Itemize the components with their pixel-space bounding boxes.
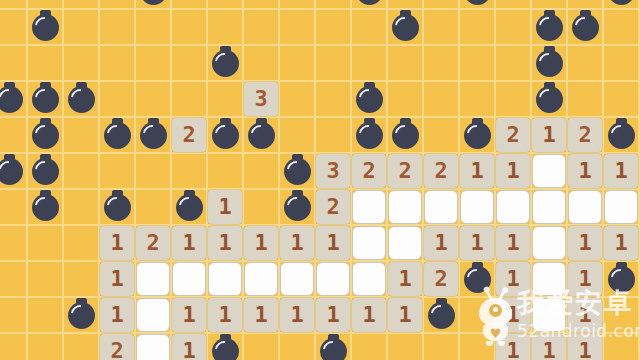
cell-r4-c12[interactable]: [423, 117, 459, 153]
cell-r7-c7[interactable]: 1: [243, 225, 279, 261]
cell-r7-c8[interactable]: 1: [279, 225, 315, 261]
cell-r0-c17[interactable]: [603, 0, 639, 9]
mine-icon: [356, 0, 383, 5]
cell-r6-c4[interactable]: [135, 189, 171, 225]
cell-r3-c7[interactable]: 3: [243, 81, 279, 117]
cell-r0-c3[interactable]: [99, 0, 135, 9]
mine-icon: [68, 86, 95, 113]
mine-icon: [320, 338, 347, 360]
revealed-empty-tile: [280, 262, 314, 296]
cell-r6-c2[interactable]: [63, 189, 99, 225]
revealed-empty-tile: [388, 226, 422, 260]
cell-r8-c3[interactable]: 1: [99, 261, 135, 297]
cell-r1-c7[interactable]: [243, 9, 279, 45]
cell-r3-c11[interactable]: [387, 81, 423, 117]
heart-icon: ♥: [490, 326, 502, 341]
cell-r3-c5[interactable]: [171, 81, 207, 117]
revealed-number-tile: 2: [388, 154, 422, 188]
cell-r3-c4[interactable]: [135, 81, 171, 117]
mine-icon: [392, 122, 419, 149]
cell-r3-c0[interactable]: [0, 81, 27, 117]
revealed-number-tile: 1: [280, 226, 314, 260]
cell-r1-c17[interactable]: [603, 9, 639, 45]
cell-r1-c11[interactable]: [387, 9, 423, 45]
cell-r1-c10[interactable]: [351, 9, 387, 45]
cell-r5-c4[interactable]: [135, 153, 171, 189]
cell-r1-c0[interactable]: [0, 9, 27, 45]
cell-r5-c16[interactable]: 1: [567, 153, 603, 189]
cell-r9-c5[interactable]: 1: [171, 297, 207, 333]
mine-icon: [32, 194, 59, 221]
revealed-number-tile: 1: [604, 154, 638, 188]
cell-r5-c14[interactable]: 1: [495, 153, 531, 189]
cell-r0-c15[interactable]: [531, 0, 567, 9]
cell-r4-c17[interactable]: [603, 117, 639, 153]
revealed-number-tile: 1: [244, 226, 278, 260]
cell-r7-c15[interactable]: [531, 225, 567, 261]
cell-r4-c4[interactable]: [135, 117, 171, 153]
revealed-number-tile: 1: [532, 118, 566, 152]
revealed-empty-tile: [532, 154, 566, 188]
cell-r2-c13[interactable]: [459, 45, 495, 81]
cell-r0-c4[interactable]: [135, 0, 171, 9]
cell-r0-c6[interactable]: [207, 0, 243, 9]
revealed-number-tile: 1: [208, 298, 242, 332]
cell-r5-c9[interactable]: 3: [315, 153, 351, 189]
cell-r5-c13[interactable]: 1: [459, 153, 495, 189]
cell-r10-c6[interactable]: [207, 333, 243, 360]
revealed-number-tile: 1: [280, 298, 314, 332]
cell-r9-c10[interactable]: 1: [351, 297, 387, 333]
cell-r0-c12[interactable]: [423, 0, 459, 9]
mine-icon: [536, 86, 563, 113]
revealed-empty-tile: [604, 190, 638, 224]
cell-r6-c12[interactable]: [423, 189, 459, 225]
cell-r2-c12[interactable]: [423, 45, 459, 81]
revealed-number-tile: 3: [244, 82, 278, 116]
cell-r5-c15[interactable]: [531, 153, 567, 189]
revealed-empty-tile: [532, 226, 566, 260]
cell-r7-c6[interactable]: 1: [207, 225, 243, 261]
mine-icon: [32, 14, 59, 41]
cell-r2-c6[interactable]: [207, 45, 243, 81]
mine-icon: [356, 122, 383, 149]
cell-r6-c5[interactable]: [171, 189, 207, 225]
mine-icon: [464, 122, 491, 149]
revealed-number-tile: 1: [460, 154, 494, 188]
cell-r2-c16[interactable]: [567, 45, 603, 81]
cell-r3-c6[interactable]: [207, 81, 243, 117]
mine-icon: [356, 86, 383, 113]
cell-r9-c8[interactable]: 1: [279, 297, 315, 333]
mascot-head: [479, 298, 512, 325]
cell-r1-c8[interactable]: [279, 9, 315, 45]
mine-icon: [392, 14, 419, 41]
revealed-number-tile: 2: [496, 118, 530, 152]
cell-r9-c3[interactable]: 1: [99, 297, 135, 333]
revealed-empty-tile: [424, 190, 458, 224]
revealed-number-tile: 2: [352, 154, 386, 188]
cell-r0-c8[interactable]: [279, 0, 315, 9]
cell-r7-c13[interactable]: 1: [459, 225, 495, 261]
cell-r3-c12[interactable]: [423, 81, 459, 117]
cell-r7-c10[interactable]: [351, 225, 387, 261]
cell-r4-c7[interactable]: [243, 117, 279, 153]
cell-r1-c13[interactable]: [459, 9, 495, 45]
cell-r4-c2[interactable]: [63, 117, 99, 153]
revealed-number-tile: 2: [316, 190, 350, 224]
android-mascot-icon: ♥: [477, 288, 514, 348]
mine-icon: [212, 122, 239, 149]
cell-r5-c1[interactable]: [27, 153, 63, 189]
cell-r1-c4[interactable]: [135, 9, 171, 45]
cell-r5-c10[interactable]: 2: [351, 153, 387, 189]
cell-r6-c6[interactable]: 1: [207, 189, 243, 225]
cell-r7-c14[interactable]: 1: [495, 225, 531, 261]
cell-r5-c8[interactable]: [279, 153, 315, 189]
cell-r1-c2[interactable]: [63, 9, 99, 45]
cell-r5-c17[interactable]: 1: [603, 153, 639, 189]
mine-icon: [284, 158, 311, 185]
cell-r4-c16[interactable]: 2: [567, 117, 603, 153]
cell-r3-c13[interactable]: [459, 81, 495, 117]
revealed-number-tile: 1: [352, 298, 386, 332]
cell-r6-c15[interactable]: [531, 189, 567, 225]
revealed-empty-tile: [316, 262, 350, 296]
cell-r10-c12[interactable]: [423, 333, 459, 360]
revealed-number-tile: 1: [172, 298, 206, 332]
cell-r10-c11[interactable]: [387, 333, 423, 360]
cell-r7-c9[interactable]: 1: [315, 225, 351, 261]
mine-icon: [284, 194, 311, 221]
mascot-eye: [489, 304, 502, 317]
revealed-number-tile: 1: [388, 298, 422, 332]
cell-r2-c3[interactable]: [99, 45, 135, 81]
revealed-number-tile: 1: [604, 226, 638, 260]
revealed-number-tile: 1: [568, 226, 602, 260]
revealed-number-tile: 1: [496, 226, 530, 260]
revealed-empty-tile: [496, 190, 530, 224]
cell-r2-c11[interactable]: [387, 45, 423, 81]
revealed-number-tile: 2: [568, 118, 602, 152]
revealed-empty-tile: [460, 190, 494, 224]
cell-r1-c1[interactable]: [27, 9, 63, 45]
mine-icon: [536, 14, 563, 41]
revealed-number-tile: 1: [424, 226, 458, 260]
cell-r5-c7[interactable]: [243, 153, 279, 189]
cell-r8-c7[interactable]: [243, 261, 279, 297]
cell-r9-c7[interactable]: 1: [243, 297, 279, 333]
mine-icon: [32, 158, 59, 185]
cell-r2-c0[interactable]: [0, 45, 27, 81]
cell-r4-c15[interactable]: 1: [531, 117, 567, 153]
cell-r5-c11[interactable]: 2: [387, 153, 423, 189]
cell-r8-c12[interactable]: 2: [423, 261, 459, 297]
cell-r3-c16[interactable]: [567, 81, 603, 117]
mine-icon: [104, 122, 131, 149]
cell-r4-c8[interactable]: [279, 117, 315, 153]
revealed-empty-tile: [352, 190, 386, 224]
cell-r10-c3[interactable]: 2: [99, 333, 135, 360]
cell-r0-c10[interactable]: [351, 0, 387, 9]
cell-r4-c11[interactable]: [387, 117, 423, 153]
mine-icon: [536, 50, 563, 77]
cell-r8-c1[interactable]: [27, 261, 63, 297]
cell-r2-c4[interactable]: [135, 45, 171, 81]
revealed-empty-tile: [388, 190, 422, 224]
cell-r6-c14[interactable]: [495, 189, 531, 225]
cell-r6-c9[interactable]: 2: [315, 189, 351, 225]
cell-r8-c9[interactable]: [315, 261, 351, 297]
revealed-number-tile: 1: [208, 226, 242, 260]
cell-r9-c12[interactable]: [423, 297, 459, 333]
cell-r4-c9[interactable]: [315, 117, 351, 153]
watermark-title: 我爱安卓: [517, 288, 640, 318]
revealed-number-tile: 1: [316, 226, 350, 260]
cell-r0-c11[interactable]: [387, 0, 423, 9]
mine-icon: [0, 86, 23, 113]
cell-r6-c0[interactable]: [0, 189, 27, 225]
revealed-empty-tile: [136, 334, 170, 360]
cell-r0-c1[interactable]: [27, 0, 63, 9]
cell-r4-c14[interactable]: 2: [495, 117, 531, 153]
mine-icon: [572, 14, 599, 41]
cell-r1-c12[interactable]: [423, 9, 459, 45]
revealed-number-tile: 1: [316, 298, 350, 332]
revealed-number-tile: 1: [172, 226, 206, 260]
minesweeper-game-screen: 3221232221111121211111111111121111111111…: [0, 0, 640, 360]
revealed-number-tile: 2: [424, 262, 458, 296]
cell-r0-c9[interactable]: [315, 0, 351, 9]
cell-r8-c4[interactable]: [135, 261, 171, 297]
revealed-empty-tile: [172, 262, 206, 296]
cell-r8-c11[interactable]: 1: [387, 261, 423, 297]
cell-r3-c1[interactable]: [27, 81, 63, 117]
cell-r8-c2[interactable]: [63, 261, 99, 297]
revealed-empty-tile: [352, 226, 386, 260]
cell-r2-c14[interactable]: [495, 45, 531, 81]
cell-r1-c9[interactable]: [315, 9, 351, 45]
cell-r7-c2[interactable]: [63, 225, 99, 261]
mine-icon: [0, 158, 23, 185]
cell-r6-c7[interactable]: [243, 189, 279, 225]
cell-r1-c15[interactable]: [531, 9, 567, 45]
cell-r9-c4[interactable]: [135, 297, 171, 333]
revealed-number-tile: 1: [100, 262, 134, 296]
revealed-empty-tile: [136, 262, 170, 296]
revealed-number-tile: 2: [172, 118, 206, 152]
cell-r9-c9[interactable]: 1: [315, 297, 351, 333]
cell-r0-c0[interactable]: [0, 0, 27, 9]
revealed-number-tile: 1: [568, 154, 602, 188]
revealed-number-tile: 1: [244, 298, 278, 332]
mine-icon: [608, 0, 635, 5]
revealed-number-tile: 1: [208, 190, 242, 224]
mine-icon: [176, 194, 203, 221]
cell-r9-c0[interactable]: [0, 297, 27, 333]
cell-r3-c3[interactable]: [99, 81, 135, 117]
cell-r1-c3[interactable]: [99, 9, 135, 45]
revealed-empty-tile: [352, 262, 386, 296]
cell-r3-c14[interactable]: [495, 81, 531, 117]
cell-r4-c6[interactable]: [207, 117, 243, 153]
watermark-url: 52android.com: [517, 322, 640, 340]
cell-r8-c6[interactable]: [207, 261, 243, 297]
mine-icon: [428, 302, 455, 329]
cell-r2-c1[interactable]: [27, 45, 63, 81]
cell-r1-c6[interactable]: [207, 9, 243, 45]
cell-r5-c6[interactable]: [207, 153, 243, 189]
cell-r1-c5[interactable]: [171, 9, 207, 45]
mascot-body: ♥: [483, 323, 508, 341]
cell-r4-c1[interactable]: [27, 117, 63, 153]
cell-r10-c4[interactable]: [135, 333, 171, 360]
revealed-number-tile: 1: [172, 334, 206, 360]
cell-r6-c3[interactable]: [99, 189, 135, 225]
mine-icon: [32, 86, 59, 113]
cell-r6-c10[interactable]: [351, 189, 387, 225]
cell-r2-c15[interactable]: [531, 45, 567, 81]
cell-r4-c13[interactable]: [459, 117, 495, 153]
cell-r10-c2[interactable]: [63, 333, 99, 360]
revealed-number-tile: 2: [100, 334, 134, 360]
revealed-number-tile: 1: [100, 298, 134, 332]
cell-r2-c10[interactable]: [351, 45, 387, 81]
cell-r8-c5[interactable]: [171, 261, 207, 297]
cell-r0-c5[interactable]: [171, 0, 207, 9]
revealed-empty-tile: [568, 190, 602, 224]
cell-r1-c14[interactable]: [495, 9, 531, 45]
cell-r0-c2[interactable]: [63, 0, 99, 9]
cell-r6-c8[interactable]: [279, 189, 315, 225]
cell-r3-c2[interactable]: [63, 81, 99, 117]
revealed-empty-tile: [244, 262, 278, 296]
cell-r10-c1[interactable]: [27, 333, 63, 360]
cell-r8-c8[interactable]: [279, 261, 315, 297]
mine-icon: [104, 194, 131, 221]
cell-r9-c1[interactable]: [27, 297, 63, 333]
mine-icon: [212, 338, 239, 360]
mine-icon: [464, 0, 491, 5]
mine-icon: [68, 302, 95, 329]
revealed-number-tile: 2: [136, 226, 170, 260]
cell-r5-c0[interactable]: [0, 153, 27, 189]
cell-r2-c9[interactable]: [315, 45, 351, 81]
cell-r6-c17[interactable]: [603, 189, 639, 225]
revealed-number-tile: 1: [496, 154, 530, 188]
cell-r4-c5[interactable]: 2: [171, 117, 207, 153]
mine-icon: [32, 122, 59, 149]
cell-r10-c9[interactable]: [315, 333, 351, 360]
cell-r7-c17[interactable]: 1: [603, 225, 639, 261]
cell-r7-c12[interactable]: 1: [423, 225, 459, 261]
cell-r6-c11[interactable]: [387, 189, 423, 225]
mine-icon: [608, 122, 635, 149]
revealed-number-tile: 1: [100, 226, 134, 260]
cell-r8-c0[interactable]: [0, 261, 27, 297]
cell-r10-c5[interactable]: 1: [171, 333, 207, 360]
cell-r10-c10[interactable]: [351, 333, 387, 360]
cell-r7-c11[interactable]: [387, 225, 423, 261]
cell-r0-c14[interactable]: [495, 0, 531, 9]
cell-r6-c13[interactable]: [459, 189, 495, 225]
cell-r10-c8[interactable]: [279, 333, 315, 360]
cell-r7-c3[interactable]: 1: [99, 225, 135, 261]
cell-r6-c16[interactable]: [567, 189, 603, 225]
cell-r3-c15[interactable]: [531, 81, 567, 117]
cell-r7-c16[interactable]: 1: [567, 225, 603, 261]
revealed-number-tile: 2: [424, 154, 458, 188]
cell-r3-c9[interactable]: [315, 81, 351, 117]
cell-r4-c10[interactable]: [351, 117, 387, 153]
cell-r7-c5[interactable]: 1: [171, 225, 207, 261]
cell-r5-c3[interactable]: [99, 153, 135, 189]
mine-icon: [140, 0, 167, 5]
mine-icon: [212, 50, 239, 77]
cell-r1-c16[interactable]: [567, 9, 603, 45]
cell-r5-c2[interactable]: [63, 153, 99, 189]
cell-r9-c2[interactable]: [63, 297, 99, 333]
mine-icon: [248, 122, 275, 149]
revealed-number-tile: 3: [316, 154, 350, 188]
cell-r8-c10[interactable]: [351, 261, 387, 297]
cell-r2-c8[interactable]: [279, 45, 315, 81]
cell-r4-c0[interactable]: [0, 117, 27, 153]
cell-r0-c13[interactable]: [459, 0, 495, 9]
cell-r2-c5[interactable]: [171, 45, 207, 81]
mine-icon: [140, 122, 167, 149]
revealed-number-tile: 1: [388, 262, 422, 296]
revealed-number-tile: 1: [460, 226, 494, 260]
cell-r4-c3[interactable]: [99, 117, 135, 153]
cell-r7-c0[interactable]: [0, 225, 27, 261]
cell-r2-c2[interactable]: [63, 45, 99, 81]
cell-r3-c10[interactable]: [351, 81, 387, 117]
revealed-empty-tile: [208, 262, 242, 296]
cell-r6-c1[interactable]: [27, 189, 63, 225]
cell-r7-c4[interactable]: 2: [135, 225, 171, 261]
cell-r0-c7[interactable]: [243, 0, 279, 9]
cell-r9-c11[interactable]: 1: [387, 297, 423, 333]
cell-r0-c16[interactable]: [567, 0, 603, 9]
watermark: ♥ 我爱安卓 52android.com: [477, 288, 640, 348]
revealed-empty-tile: [136, 298, 170, 332]
cell-r10-c0[interactable]: [0, 333, 27, 360]
cell-r9-c6[interactable]: 1: [207, 297, 243, 333]
cell-r2-c7[interactable]: [243, 45, 279, 81]
revealed-empty-tile: [532, 190, 566, 224]
cell-r5-c12[interactable]: 2: [423, 153, 459, 189]
cell-r10-c7[interactable]: [243, 333, 279, 360]
cell-r5-c5[interactable]: [171, 153, 207, 189]
cell-r2-c17[interactable]: [603, 45, 639, 81]
cell-r7-c1[interactable]: [27, 225, 63, 261]
cell-r3-c17[interactable]: [603, 81, 639, 117]
cell-r3-c8[interactable]: [279, 81, 315, 117]
